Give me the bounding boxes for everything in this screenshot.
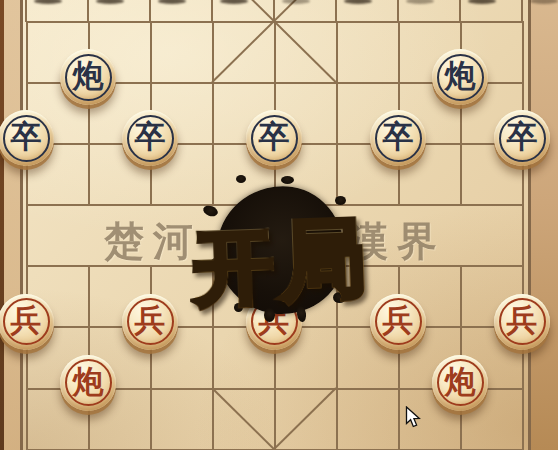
piece-black-卒[interactable]: 卒	[494, 110, 550, 166]
piece-black-卒[interactable]: 卒	[246, 110, 302, 166]
piece-red-兵[interactable]: 兵	[0, 294, 54, 350]
board-left-margin	[4, 0, 20, 450]
board-right-margin	[531, 0, 558, 450]
piece-glyph: 兵	[494, 294, 550, 350]
cropped-piece-shadow	[158, 0, 186, 4]
piece-glyph: 炮	[60, 49, 116, 105]
file-line-stub	[335, 0, 337, 22]
piece-black-炮[interactable]: 炮	[432, 49, 488, 105]
piece-red-兵[interactable]: 兵	[246, 294, 302, 350]
piece-glyph: 卒	[122, 110, 178, 166]
file-line-stub	[521, 0, 523, 22]
piece-black-卒[interactable]: 卒	[0, 110, 54, 166]
piece-red-兵[interactable]: 兵	[494, 294, 550, 350]
file-line-stub	[397, 0, 399, 22]
file-line-stub	[149, 0, 151, 22]
board-cell[interactable]	[212, 204, 274, 265]
file-line-stub	[25, 0, 27, 22]
file-line-stub	[273, 0, 275, 22]
file-line-stub	[459, 0, 461, 22]
cropped-piece-shadow	[344, 0, 372, 4]
file-line-stub	[87, 0, 89, 22]
river-label-han-jie: 漢界	[348, 217, 446, 265]
board-cell[interactable]	[336, 388, 398, 449]
piece-black-卒[interactable]: 卒	[370, 110, 426, 166]
cropped-piece-shadow	[406, 0, 434, 4]
piece-red-炮[interactable]: 炮	[60, 355, 116, 411]
board-frame-left	[20, 0, 23, 450]
piece-glyph: 卒	[0, 110, 54, 166]
mouse-cursor	[405, 406, 422, 429]
cropped-piece-shadow	[468, 0, 496, 4]
piece-black-炮[interactable]: 炮	[60, 49, 116, 105]
cropped-piece-shadow	[220, 0, 248, 4]
piece-black-卒[interactable]: 卒	[122, 110, 178, 166]
piece-red-兵[interactable]: 兵	[370, 294, 426, 350]
board-cell[interactable]	[274, 204, 336, 265]
board-cell[interactable]	[26, 204, 88, 265]
cropped-piece-shadow	[96, 0, 124, 4]
piece-glyph: 兵	[246, 294, 302, 350]
board-cell[interactable]	[460, 204, 522, 265]
piece-red-炮[interactable]: 炮	[432, 355, 488, 411]
file-line-stub	[211, 0, 213, 22]
piece-glyph: 兵	[0, 294, 54, 350]
cropped-piece-shadow	[282, 0, 310, 4]
cropped-piece-shadow	[34, 0, 62, 4]
river-label-chu-he: 楚河	[104, 217, 202, 265]
board-cell[interactable]	[336, 21, 398, 82]
piece-glyph: 兵	[370, 294, 426, 350]
piece-glyph: 卒	[246, 110, 302, 166]
board-cell[interactable]	[150, 21, 212, 82]
piece-glyph: 炮	[60, 355, 116, 411]
piece-glyph: 炮	[432, 355, 488, 411]
board-cell[interactable]	[150, 388, 212, 449]
piece-glyph: 卒	[494, 110, 550, 166]
piece-glyph: 炮	[432, 49, 488, 105]
xiangqi-board[interactable]: 楚河 漢界 开 局 炮炮卒卒卒卒卒兵兵兵兵兵炮炮	[0, 0, 558, 450]
piece-red-兵[interactable]: 兵	[122, 294, 178, 350]
board-frame-right	[528, 0, 531, 450]
piece-glyph: 卒	[370, 110, 426, 166]
piece-glyph: 兵	[122, 294, 178, 350]
